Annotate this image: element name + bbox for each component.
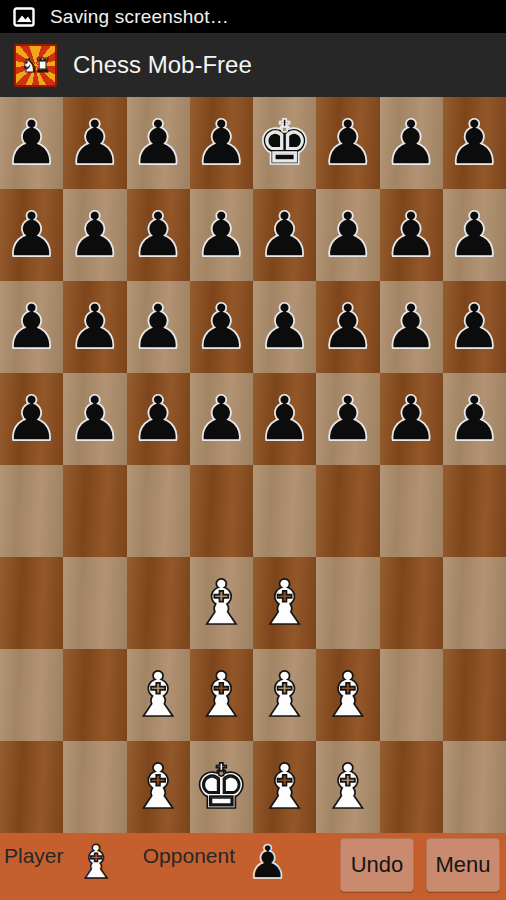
square-e3[interactable]: ♝ — [253, 557, 316, 649]
square-a2[interactable] — [0, 649, 63, 741]
black-pawn: ♟ — [130, 189, 186, 281]
square-g3[interactable] — [380, 557, 443, 649]
square-a4[interactable] — [0, 465, 63, 557]
square-g6[interactable]: ♟ — [380, 281, 443, 373]
black-pawn: ♟ — [257, 189, 313, 281]
square-c1[interactable]: ♝ — [127, 741, 190, 833]
app-header: ♞♜ Chess Mob-Free — [0, 33, 506, 97]
square-a5[interactable]: ♟ — [0, 373, 63, 465]
white-bishop: ♝ — [194, 649, 250, 741]
square-d4[interactable] — [190, 465, 253, 557]
black-pawn: ♟ — [320, 189, 376, 281]
menu-button[interactable]: Menu — [426, 838, 500, 892]
square-f5[interactable]: ♟ — [316, 373, 379, 465]
square-g5[interactable]: ♟ — [380, 373, 443, 465]
square-d8[interactable]: ♟ — [190, 97, 253, 189]
black-pawn: ♟ — [447, 97, 503, 189]
black-pawn: ♟ — [130, 281, 186, 373]
screenshot-image-icon — [12, 5, 36, 29]
square-g1[interactable] — [380, 741, 443, 833]
square-e4[interactable] — [253, 465, 316, 557]
square-a3[interactable] — [0, 557, 63, 649]
black-pawn: ♟ — [194, 373, 250, 465]
white-bishop: ♝ — [320, 741, 376, 833]
black-pawn: ♟ — [130, 373, 186, 465]
black-king: ♚ — [257, 97, 313, 189]
black-pawn: ♟ — [130, 97, 186, 189]
black-pawn: ♟ — [67, 97, 123, 189]
black-pawn: ♟ — [383, 189, 439, 281]
square-d2[interactable]: ♝ — [190, 649, 253, 741]
black-pawn: ♟ — [67, 189, 123, 281]
black-pawn: ♟ — [67, 373, 123, 465]
black-pawn: ♟ — [447, 373, 503, 465]
white-bishop: ♝ — [130, 649, 186, 741]
square-c2[interactable]: ♝ — [127, 649, 190, 741]
black-pawn: ♟ — [4, 189, 60, 281]
square-h3[interactable] — [443, 557, 506, 649]
square-h2[interactable] — [443, 649, 506, 741]
square-h8[interactable]: ♟ — [443, 97, 506, 189]
black-pawn: ♟ — [320, 97, 376, 189]
player-side-white-bishop-icon: ♝ — [76, 836, 117, 888]
app-title: Chess Mob-Free — [73, 51, 252, 79]
square-b1[interactable] — [63, 741, 126, 833]
square-c6[interactable]: ♟ — [127, 281, 190, 373]
square-h6[interactable]: ♟ — [443, 281, 506, 373]
square-b6[interactable]: ♟ — [63, 281, 126, 373]
opponent-side-black-pawn-icon: ♟ — [247, 836, 288, 888]
undo-button[interactable]: Undo — [340, 838, 414, 892]
square-a7[interactable]: ♟ — [0, 189, 63, 281]
status-notification-text: Saving screenshot… — [50, 6, 229, 28]
black-pawn: ♟ — [447, 281, 503, 373]
chess-board: ♟♟♟♟♚♟♟♟♟♟♟♟♟♟♟♟♟♟♟♟♟♟♟♟♟♟♟♟♟♟♟♟♝♝♝♝♝♝♝♚… — [0, 97, 506, 833]
black-pawn: ♟ — [383, 97, 439, 189]
white-king: ♚ — [194, 741, 250, 833]
square-e2[interactable]: ♝ — [253, 649, 316, 741]
square-g2[interactable] — [380, 649, 443, 741]
black-pawn: ♟ — [257, 373, 313, 465]
app-screen: Saving screenshot… ♞♜ Chess Mob-Free ♟♟♟… — [0, 0, 506, 900]
square-a6[interactable]: ♟ — [0, 281, 63, 373]
square-e8[interactable]: ♚ — [253, 97, 316, 189]
black-pawn: ♟ — [447, 189, 503, 281]
square-c3[interactable] — [127, 557, 190, 649]
square-g4[interactable] — [380, 465, 443, 557]
white-bishop: ♝ — [320, 649, 376, 741]
android-status-bar: Saving screenshot… — [0, 0, 506, 33]
black-pawn: ♟ — [194, 189, 250, 281]
square-d3[interactable]: ♝ — [190, 557, 253, 649]
square-f7[interactable]: ♟ — [316, 189, 379, 281]
square-d1[interactable]: ♚ — [190, 741, 253, 833]
square-d5[interactable]: ♟ — [190, 373, 253, 465]
square-f8[interactable]: ♟ — [316, 97, 379, 189]
square-f6[interactable]: ♟ — [316, 281, 379, 373]
square-c5[interactable]: ♟ — [127, 373, 190, 465]
square-b8[interactable]: ♟ — [63, 97, 126, 189]
white-bishop: ♝ — [257, 649, 313, 741]
black-pawn: ♟ — [67, 281, 123, 373]
square-c4[interactable] — [127, 465, 190, 557]
black-pawn: ♟ — [383, 373, 439, 465]
square-b7[interactable]: ♟ — [63, 189, 126, 281]
white-bishop: ♝ — [257, 557, 313, 649]
square-e1[interactable]: ♝ — [253, 741, 316, 833]
black-pawn: ♟ — [257, 281, 313, 373]
square-e6[interactable]: ♟ — [253, 281, 316, 373]
square-c7[interactable]: ♟ — [127, 189, 190, 281]
square-h5[interactable]: ♟ — [443, 373, 506, 465]
black-pawn: ♟ — [4, 97, 60, 189]
square-f2[interactable]: ♝ — [316, 649, 379, 741]
square-f4[interactable] — [316, 465, 379, 557]
square-h4[interactable] — [443, 465, 506, 557]
square-h7[interactable]: ♟ — [443, 189, 506, 281]
black-pawn: ♟ — [194, 281, 250, 373]
square-e7[interactable]: ♟ — [253, 189, 316, 281]
square-g8[interactable]: ♟ — [380, 97, 443, 189]
black-pawn: ♟ — [383, 281, 439, 373]
square-a8[interactable]: ♟ — [0, 97, 63, 189]
square-d6[interactable]: ♟ — [190, 281, 253, 373]
square-b3[interactable] — [63, 557, 126, 649]
black-pawn: ♟ — [4, 373, 60, 465]
square-f1[interactable]: ♝ — [316, 741, 379, 833]
square-g7[interactable]: ♟ — [380, 189, 443, 281]
square-f3[interactable] — [316, 557, 379, 649]
square-b2[interactable] — [63, 649, 126, 741]
black-pawn: ♟ — [194, 97, 250, 189]
square-h1[interactable] — [443, 741, 506, 833]
square-a1[interactable] — [0, 741, 63, 833]
black-pawn: ♟ — [4, 281, 60, 373]
black-pawn: ♟ — [320, 373, 376, 465]
black-pawn: ♟ — [320, 281, 376, 373]
square-b5[interactable]: ♟ — [63, 373, 126, 465]
square-c8[interactable]: ♟ — [127, 97, 190, 189]
opponent-label: Opponent — [143, 844, 235, 868]
square-e5[interactable]: ♟ — [253, 373, 316, 465]
square-b4[interactable] — [63, 465, 126, 557]
white-bishop: ♝ — [257, 741, 313, 833]
bottom-bar: Player ♝ Opponent ♟ Undo Menu — [0, 833, 506, 900]
app-launcher-icon: ♞♜ — [14, 44, 57, 87]
white-bishop: ♝ — [194, 557, 250, 649]
white-bishop: ♝ — [130, 741, 186, 833]
player-label: Player — [4, 844, 64, 868]
square-d7[interactable]: ♟ — [190, 189, 253, 281]
